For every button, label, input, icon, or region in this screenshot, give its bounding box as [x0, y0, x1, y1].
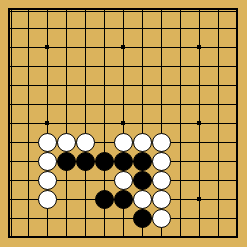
intersection[interactable] [19, 95, 38, 114]
black-stone [114, 190, 133, 209]
intersection[interactable] [228, 190, 247, 209]
intersection[interactable] [76, 228, 95, 247]
black-stone [114, 152, 133, 171]
intersection[interactable] [209, 114, 228, 133]
intersection[interactable] [95, 0, 114, 19]
intersection[interactable] [152, 0, 171, 19]
intersection[interactable] [133, 38, 152, 57]
intersection[interactable] [171, 19, 190, 38]
white-stone [152, 209, 171, 228]
intersection[interactable] [95, 114, 114, 133]
intersection[interactable] [114, 114, 133, 133]
intersection[interactable] [38, 171, 57, 190]
white-stone [114, 133, 133, 152]
board-grid [0, 0, 247, 247]
intersection[interactable] [228, 171, 247, 190]
intersection[interactable] [57, 95, 76, 114]
intersection[interactable] [228, 95, 247, 114]
intersection[interactable] [0, 57, 19, 76]
intersection[interactable] [228, 114, 247, 133]
intersection[interactable] [0, 0, 19, 19]
intersection[interactable] [57, 38, 76, 57]
intersection[interactable] [0, 19, 19, 38]
intersection[interactable] [228, 209, 247, 228]
intersection[interactable] [57, 57, 76, 76]
intersection[interactable] [76, 114, 95, 133]
white-stone [133, 133, 152, 152]
intersection[interactable] [228, 57, 247, 76]
white-stone [38, 171, 57, 190]
intersection[interactable] [19, 38, 38, 57]
intersection[interactable] [190, 228, 209, 247]
intersection[interactable] [19, 114, 38, 133]
black-stone [95, 190, 114, 209]
intersection[interactable] [114, 76, 133, 95]
intersection[interactable] [57, 190, 76, 209]
black-stone [133, 152, 152, 171]
intersection[interactable] [38, 228, 57, 247]
intersection[interactable] [95, 228, 114, 247]
white-stone [38, 133, 57, 152]
intersection[interactable] [171, 57, 190, 76]
intersection[interactable] [209, 38, 228, 57]
intersection[interactable] [0, 114, 19, 133]
intersection[interactable] [228, 76, 247, 95]
intersection[interactable] [228, 38, 247, 57]
intersection[interactable] [19, 152, 38, 171]
intersection[interactable] [95, 95, 114, 114]
intersection[interactable] [228, 0, 247, 19]
intersection[interactable] [114, 228, 133, 247]
intersection[interactable] [95, 76, 114, 95]
intersection[interactable] [114, 38, 133, 57]
black-stone [133, 171, 152, 190]
intersection[interactable] [38, 95, 57, 114]
intersection[interactable] [19, 209, 38, 228]
white-stone [114, 171, 133, 190]
intersection[interactable] [171, 114, 190, 133]
intersection[interactable] [209, 190, 228, 209]
intersection[interactable] [133, 57, 152, 76]
intersection[interactable] [76, 76, 95, 95]
intersection[interactable] [152, 209, 171, 228]
intersection[interactable] [38, 209, 57, 228]
intersection[interactable] [19, 76, 38, 95]
intersection[interactable] [38, 190, 57, 209]
intersection[interactable] [19, 133, 38, 152]
intersection[interactable] [171, 190, 190, 209]
intersection[interactable] [152, 38, 171, 57]
intersection[interactable] [209, 228, 228, 247]
intersection[interactable] [171, 209, 190, 228]
intersection[interactable] [19, 0, 38, 19]
intersection[interactable] [152, 76, 171, 95]
intersection[interactable] [209, 209, 228, 228]
intersection[interactable] [95, 209, 114, 228]
intersection[interactable] [228, 133, 247, 152]
intersection[interactable] [190, 0, 209, 19]
intersection[interactable] [19, 171, 38, 190]
intersection[interactable] [76, 171, 95, 190]
intersection[interactable] [95, 171, 114, 190]
intersection[interactable] [209, 0, 228, 19]
intersection[interactable] [38, 114, 57, 133]
intersection[interactable] [133, 171, 152, 190]
intersection[interactable] [0, 228, 19, 247]
intersection[interactable] [209, 133, 228, 152]
intersection[interactable] [152, 57, 171, 76]
intersection[interactable] [0, 95, 19, 114]
intersection[interactable] [190, 95, 209, 114]
intersection[interactable] [57, 152, 76, 171]
intersection[interactable] [57, 19, 76, 38]
intersection[interactable] [57, 171, 76, 190]
intersection[interactable] [57, 228, 76, 247]
black-stone [95, 152, 114, 171]
intersection[interactable] [57, 76, 76, 95]
intersection[interactable] [171, 0, 190, 19]
intersection[interactable] [152, 133, 171, 152]
intersection[interactable] [114, 133, 133, 152]
intersection[interactable] [38, 133, 57, 152]
intersection[interactable] [76, 190, 95, 209]
intersection[interactable] [0, 38, 19, 57]
intersection[interactable] [19, 19, 38, 38]
intersection[interactable] [171, 228, 190, 247]
intersection[interactable] [228, 152, 247, 171]
intersection[interactable] [171, 133, 190, 152]
white-stone [152, 152, 171, 171]
intersection[interactable] [190, 19, 209, 38]
intersection[interactable] [0, 209, 19, 228]
intersection[interactable] [76, 95, 95, 114]
white-stone [152, 133, 171, 152]
intersection[interactable] [95, 152, 114, 171]
intersection[interactable] [76, 0, 95, 19]
black-stone [133, 209, 152, 228]
white-stone [133, 190, 152, 209]
intersection[interactable] [114, 19, 133, 38]
intersection[interactable] [171, 152, 190, 171]
intersection[interactable] [190, 76, 209, 95]
white-stone [38, 152, 57, 171]
intersection[interactable] [190, 152, 209, 171]
intersection[interactable] [190, 209, 209, 228]
intersection[interactable] [38, 152, 57, 171]
white-stone [57, 133, 76, 152]
intersection[interactable] [152, 171, 171, 190]
intersection[interactable] [133, 76, 152, 95]
white-stone [38, 190, 57, 209]
intersection[interactable] [190, 114, 209, 133]
intersection[interactable] [76, 133, 95, 152]
white-stone [76, 133, 95, 152]
black-stone [57, 152, 76, 171]
intersection[interactable] [19, 228, 38, 247]
intersection[interactable] [114, 95, 133, 114]
intersection[interactable] [76, 57, 95, 76]
intersection[interactable] [190, 38, 209, 57]
intersection[interactable] [133, 0, 152, 19]
intersection[interactable] [152, 190, 171, 209]
intersection[interactable] [209, 19, 228, 38]
intersection[interactable] [171, 38, 190, 57]
intersection[interactable] [0, 133, 19, 152]
intersection[interactable] [38, 76, 57, 95]
intersection[interactable] [114, 171, 133, 190]
intersection[interactable] [19, 57, 38, 76]
intersection[interactable] [57, 0, 76, 19]
intersection[interactable] [114, 190, 133, 209]
intersection[interactable] [209, 76, 228, 95]
intersection[interactable] [152, 152, 171, 171]
intersection[interactable] [0, 190, 19, 209]
intersection[interactable] [152, 95, 171, 114]
intersection[interactable] [0, 76, 19, 95]
intersection[interactable] [209, 171, 228, 190]
intersection[interactable] [133, 190, 152, 209]
intersection[interactable] [76, 19, 95, 38]
intersection[interactable] [76, 38, 95, 57]
intersection[interactable] [114, 0, 133, 19]
intersection[interactable] [114, 152, 133, 171]
intersection[interactable] [95, 57, 114, 76]
intersection[interactable] [133, 228, 152, 247]
intersection[interactable] [209, 57, 228, 76]
intersection[interactable] [209, 152, 228, 171]
intersection[interactable] [171, 171, 190, 190]
intersection[interactable] [152, 19, 171, 38]
intersection[interactable] [76, 209, 95, 228]
intersection[interactable] [0, 171, 19, 190]
intersection[interactable] [76, 152, 95, 171]
intersection[interactable] [57, 133, 76, 152]
intersection[interactable] [38, 0, 57, 19]
intersection[interactable] [152, 114, 171, 133]
white-stone [152, 190, 171, 209]
intersection[interactable] [57, 209, 76, 228]
intersection[interactable] [190, 133, 209, 152]
intersection[interactable] [38, 57, 57, 76]
intersection[interactable] [190, 57, 209, 76]
intersection[interactable] [133, 19, 152, 38]
intersection[interactable] [152, 228, 171, 247]
intersection[interactable] [228, 228, 247, 247]
intersection[interactable] [19, 190, 38, 209]
intersection[interactable] [190, 171, 209, 190]
intersection[interactable] [171, 95, 190, 114]
intersection[interactable] [38, 38, 57, 57]
intersection[interactable] [190, 190, 209, 209]
intersection[interactable] [95, 190, 114, 209]
white-stone [152, 171, 171, 190]
intersection[interactable] [133, 152, 152, 171]
intersection[interactable] [95, 19, 114, 38]
intersection[interactable] [228, 19, 247, 38]
intersection[interactable] [95, 133, 114, 152]
intersection[interactable] [133, 95, 152, 114]
intersection[interactable] [0, 152, 19, 171]
intersection[interactable] [171, 76, 190, 95]
intersection[interactable] [95, 38, 114, 57]
intersection[interactable] [38, 19, 57, 38]
intersection[interactable] [114, 209, 133, 228]
intersection[interactable] [114, 57, 133, 76]
intersection[interactable] [133, 114, 152, 133]
intersection[interactable] [209, 95, 228, 114]
go-board-diagram [0, 0, 247, 247]
black-stone [76, 152, 95, 171]
intersection[interactable] [133, 133, 152, 152]
intersection[interactable] [57, 114, 76, 133]
intersection[interactable] [133, 209, 152, 228]
